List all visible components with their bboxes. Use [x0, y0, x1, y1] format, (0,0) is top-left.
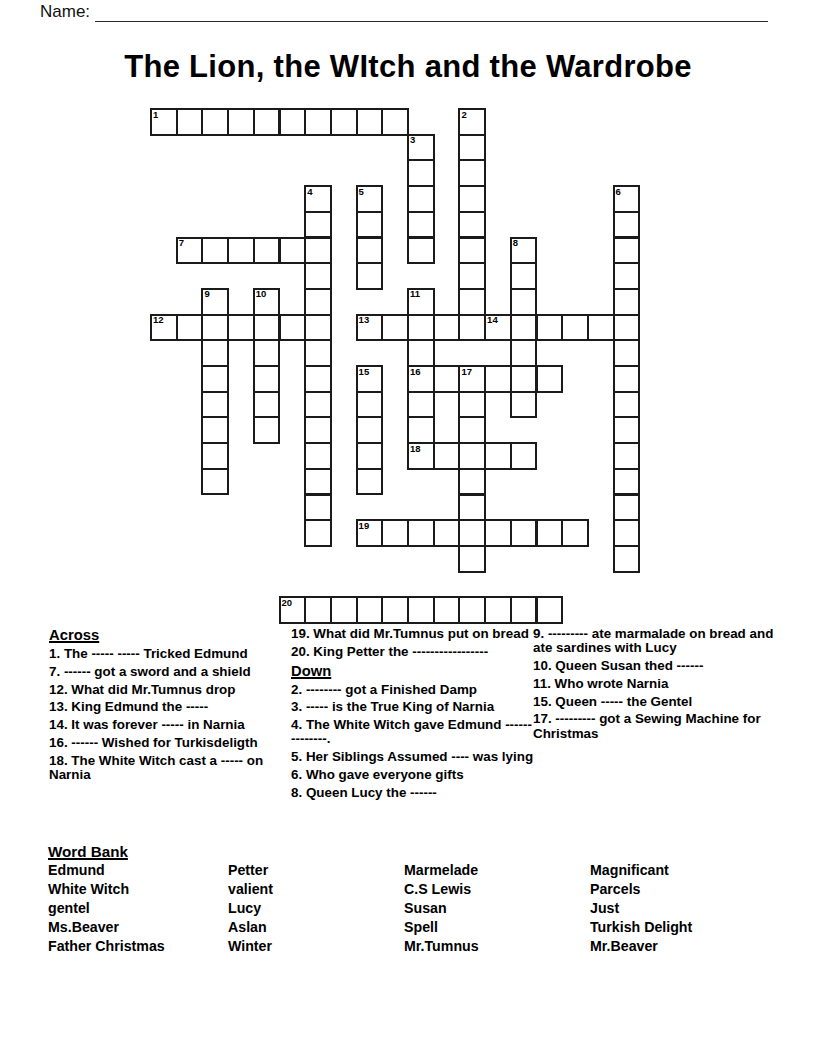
clue-section-heading-across: Across — [49, 627, 287, 643]
crossword-cell-r2c12[interactable] — [459, 160, 485, 186]
crossword-cell-r4c6[interactable] — [305, 212, 331, 238]
crossword-cell-r0c4[interactable] — [254, 109, 280, 135]
crossword-cell-r8c10[interactable] — [408, 315, 434, 341]
crossword-cell-r10c15[interactable] — [537, 366, 563, 392]
cell-number: 3 — [410, 135, 415, 145]
crossword-cell-r8c13[interactable]: 14 — [485, 315, 511, 341]
crossword-cell-r5c5[interactable] — [280, 238, 306, 264]
crossword-cell-r16c10[interactable] — [408, 520, 434, 546]
crossword-cell-r12c10[interactable] — [408, 417, 434, 443]
crossword-cell-r5c6[interactable] — [305, 238, 331, 264]
crossword-cell-r8c2[interactable] — [202, 315, 228, 341]
cell-number: 19 — [359, 521, 370, 531]
word-bank-word: Just — [590, 899, 692, 918]
crossword-cell-r11c6[interactable] — [305, 392, 331, 418]
crossword-cell-r19c11[interactable] — [434, 597, 460, 623]
crossword-cell-r0c1[interactable] — [177, 109, 203, 135]
crossword-cell-r16c14[interactable] — [511, 520, 537, 546]
clue-column-right: 9. --------- ate marmalade on bread and … — [533, 627, 783, 745]
crossword-cell-r12c4[interactable] — [254, 417, 280, 443]
crossword-cell-r9c4[interactable] — [254, 340, 280, 366]
crossword-cell-r6c18[interactable] — [614, 263, 640, 289]
crossword-cell-r14c18[interactable] — [614, 469, 640, 495]
crossword-cell-r0c0[interactable]: 1 — [151, 109, 177, 135]
crossword-cell-r16c15[interactable] — [537, 520, 563, 546]
crossword-cell-r1c10[interactable]: 3 — [408, 135, 434, 161]
crossword-cell-r5c3[interactable] — [228, 238, 254, 264]
name-blank-line[interactable] — [95, 2, 768, 22]
crossword-cell-r5c2[interactable] — [202, 238, 228, 264]
crossword-cell-r10c4[interactable] — [254, 366, 280, 392]
crossword-cell-r7c6[interactable] — [305, 289, 331, 315]
crossword-cell-r12c12[interactable] — [459, 417, 485, 443]
clue-12: 12. What did Mr.Tumnus drop — [49, 683, 287, 697]
word-bank-word: White Witch — [48, 880, 165, 899]
word-bank-column: MarmeladeC.S LewisSusanSpellMr.Tumnus — [404, 861, 479, 956]
crossword-cell-r11c10[interactable] — [408, 392, 434, 418]
crossword-cell-r14c2[interactable] — [202, 469, 228, 495]
crossword-cell-r11c18[interactable] — [614, 392, 640, 418]
clue-1: 1. The ----- ----- Tricked Edmund — [49, 647, 287, 661]
word-bank-word: Spell — [404, 918, 479, 937]
crossword-cell-r16c11[interactable] — [434, 520, 460, 546]
crossword-cell-r13c2[interactable] — [202, 443, 228, 469]
crossword-cell-r16c12[interactable] — [459, 520, 485, 546]
crossword-cell-r11c12[interactable] — [459, 392, 485, 418]
crossword-cell-r9c14[interactable] — [511, 340, 537, 366]
crossword-cell-r0c2[interactable] — [202, 109, 228, 135]
crossword-cell-r13c11[interactable] — [434, 443, 460, 469]
word-bank-word: Magnificant — [590, 861, 692, 880]
crossword-cell-r19c12[interactable] — [459, 597, 485, 623]
word-bank-word: Mr.Tumnus — [404, 937, 479, 956]
crossword-cell-r5c18[interactable] — [614, 238, 640, 264]
cell-number: 4 — [307, 187, 312, 197]
cell-number: 10 — [256, 289, 267, 299]
word-bank-word: gentel — [48, 899, 165, 918]
crossword-cell-r7c14[interactable] — [511, 289, 537, 315]
crossword-cell-r16c18[interactable] — [614, 520, 640, 546]
crossword-cell-r10c11[interactable] — [434, 366, 460, 392]
crossword-cell-r14c6[interactable] — [305, 469, 331, 495]
word-bank-column: EdmundWhite WitchgentelMs.BeaverFather C… — [48, 861, 165, 956]
crossword-cell-r14c12[interactable] — [459, 469, 485, 495]
word-bank-word: Winter — [228, 937, 273, 956]
crossword-cell-r8c14[interactable] — [511, 315, 537, 341]
crossword-cell-r0c6[interactable] — [305, 109, 331, 135]
crossword-cell-r8c18[interactable] — [614, 315, 640, 341]
crossword-cell-r3c18[interactable]: 6 — [614, 186, 640, 212]
crossword-cell-r10c8[interactable]: 15 — [357, 366, 383, 392]
crossword-cell-r11c14[interactable] — [511, 392, 537, 418]
word-bank-column: MagnificantParcelsJustTurkish DelightMr.… — [590, 861, 692, 956]
crossword-cell-r19c6[interactable] — [305, 597, 331, 623]
word-bank-word: Petter — [228, 861, 273, 880]
crossword-cell-r3c10[interactable] — [408, 186, 434, 212]
crossword-cell-r9c10[interactable] — [408, 340, 434, 366]
clue-2: 2. -------- got a Finished Damp — [291, 683, 535, 697]
crossword-cell-r19c10[interactable] — [408, 597, 434, 623]
clue-7: 7. ------ got a sword and a shield — [49, 665, 287, 679]
crossword-cell-r7c10[interactable]: 11 — [408, 289, 434, 315]
crossword-cell-r8c6[interactable] — [305, 315, 331, 341]
crossword-cell-r14c8[interactable] — [357, 469, 383, 495]
crossword-cell-r7c18[interactable] — [614, 289, 640, 315]
clue-9: 9. --------- ate marmalade on bread and … — [533, 627, 783, 656]
clue-10: 10. Queen Susan thed ------ — [533, 659, 783, 673]
word-bank-word: Susan — [404, 899, 479, 918]
crossword-cell-r16c6[interactable] — [305, 520, 331, 546]
crossword-cell-r0c12[interactable]: 2 — [459, 109, 485, 135]
clue-6: 6. Who gave everyone gifts — [291, 768, 535, 782]
cell-number: 14 — [487, 315, 498, 325]
crossword-cell-r13c14[interactable] — [511, 443, 537, 469]
clue-column-middle: 19. What did Mr.Tumnus put on bread20. K… — [291, 627, 535, 804]
clue-5: 5. Her Siblings Assumed ---- was lying — [291, 750, 535, 764]
word-bank-word: Aslan — [228, 918, 273, 937]
crossword-cell-r8c17[interactable] — [588, 315, 614, 341]
word-bank-word: Turkish Delight — [590, 918, 692, 937]
crossword-cell-r8c9[interactable] — [382, 315, 408, 341]
crossword-cell-r4c18[interactable] — [614, 212, 640, 238]
crossword-cell-r7c2[interactable]: 9 — [202, 289, 228, 315]
crossword-cell-r6c6[interactable] — [305, 263, 331, 289]
word-bank-word: Parcels — [590, 880, 692, 899]
word-bank-word: Marmelade — [404, 861, 479, 880]
clue-11: 11. Who wrote Narnia — [533, 677, 783, 691]
cell-number: 6 — [616, 187, 621, 197]
crossword-cell-r12c18[interactable] — [614, 417, 640, 443]
crossword-cell-r8c0[interactable]: 12 — [151, 315, 177, 341]
crossword-cell-r12c6[interactable] — [305, 417, 331, 443]
crossword-cell-r3c12[interactable] — [459, 186, 485, 212]
crossword-cell-r10c14[interactable] — [511, 366, 537, 392]
crossword-cell-r7c4[interactable]: 10 — [254, 289, 280, 315]
crossword-cell-r0c9[interactable] — [382, 109, 408, 135]
crossword-cell-r7c12[interactable] — [459, 289, 485, 315]
clue-18: 18. The White Witch cast a ----- on Narn… — [49, 754, 287, 783]
cell-number: 13 — [359, 315, 370, 325]
crossword-cell-r10c2[interactable] — [202, 366, 228, 392]
crossword-cell-r10c12[interactable]: 17 — [459, 366, 485, 392]
clue-14: 14. It was forever ----- in Narnia — [49, 718, 287, 732]
crossword-cell-r8c15[interactable] — [537, 315, 563, 341]
crossword-cell-r19c13[interactable] — [485, 597, 511, 623]
crossword-cell-r5c14[interactable]: 8 — [511, 238, 537, 264]
crossword-cell-r10c6[interactable] — [305, 366, 331, 392]
crossword-cell-r5c12[interactable] — [459, 238, 485, 264]
crossword-cell-r19c7[interactable] — [331, 597, 357, 623]
word-bank-word: Father Christmas — [48, 937, 165, 956]
crossword-cell-r10c18[interactable] — [614, 366, 640, 392]
crossword-cell-r6c14[interactable] — [511, 263, 537, 289]
cell-number: 17 — [461, 367, 472, 377]
crossword-cell-r16c8[interactable]: 19 — [357, 520, 383, 546]
crossword-cell-r19c9[interactable] — [382, 597, 408, 623]
crossword-cell-r2c10[interactable] — [408, 160, 434, 186]
crossword-cell-r8c11[interactable] — [434, 315, 460, 341]
clue-20: 20. King Petter the ----------------- — [291, 645, 535, 659]
crossword-cell-r13c13[interactable] — [485, 443, 511, 469]
crossword-cell-r13c12[interactable] — [459, 443, 485, 469]
clue-17: 17. --------- got a Sewing Machine for C… — [533, 712, 783, 741]
crossword-cell-r6c12[interactable] — [459, 263, 485, 289]
cell-number: 16 — [410, 367, 421, 377]
crossword-cell-r3c6[interactable]: 4 — [305, 186, 331, 212]
word-bank-heading: Word Bank — [48, 843, 128, 860]
crossword-cell-r1c12[interactable] — [459, 135, 485, 161]
crossword-cell-r16c13[interactable] — [485, 520, 511, 546]
cell-number: 7 — [179, 238, 184, 248]
crossword-cell-r8c3[interactable] — [228, 315, 254, 341]
crossword-cell-r8c12[interactable] — [459, 315, 485, 341]
crossword-cell-r5c4[interactable] — [254, 238, 280, 264]
cell-number: 15 — [359, 367, 370, 377]
clue-section-heading-down: Down — [291, 663, 535, 679]
crossword-cell-r11c2[interactable] — [202, 392, 228, 418]
crossword-cell-r0c7[interactable] — [331, 109, 357, 135]
crossword-cell-r13c10[interactable]: 18 — [408, 443, 434, 469]
cell-number: 20 — [282, 598, 293, 608]
crossword-cell-r5c10[interactable] — [408, 238, 434, 264]
cell-number: 1 — [153, 110, 158, 120]
crossword-cell-r17c12[interactable] — [459, 546, 485, 572]
crossword-cell-r17c18[interactable] — [614, 546, 640, 572]
crossword-cell-r13c18[interactable] — [614, 443, 640, 469]
page-title: The Lion, the WItch and the Wardrobe — [0, 49, 816, 85]
word-bank-word: C.S Lewis — [404, 880, 479, 899]
crossword-cell-r8c1[interactable] — [177, 315, 203, 341]
word-bank-word: Ms.Beaver — [48, 918, 165, 937]
crossword-cell-r4c10[interactable] — [408, 212, 434, 238]
crossword-cell-r4c12[interactable] — [459, 212, 485, 238]
crossword-cell-r10c10[interactable]: 16 — [408, 366, 434, 392]
crossword-cell-r19c5[interactable]: 20 — [280, 597, 306, 623]
crossword-cell-r15c6[interactable] — [305, 495, 331, 521]
cell-number: 11 — [410, 289, 420, 299]
crossword-cell-r9c2[interactable] — [202, 340, 228, 366]
crossword-cell-r8c8[interactable]: 13 — [357, 315, 383, 341]
word-bank-column: PettervalientLucyAslanWinter — [228, 861, 273, 956]
crossword-cell-r16c9[interactable] — [382, 520, 408, 546]
crossword-cell-r3c8[interactable]: 5 — [357, 186, 383, 212]
crossword-cell-r8c5[interactable] — [280, 315, 306, 341]
word-bank-word: Mr.Beaver — [590, 937, 692, 956]
name-label: Name: — [40, 2, 90, 22]
crossword-cell-r12c8[interactable] — [357, 417, 383, 443]
cell-number: 8 — [513, 238, 518, 248]
crossword-cell-r11c8[interactable] — [357, 392, 383, 418]
crossword-grid: 1234567891011121314151617181920 — [151, 109, 640, 623]
crossword-cell-r4c8[interactable] — [357, 212, 383, 238]
crossword-cell-r9c18[interactable] — [614, 340, 640, 366]
crossword-cell-r12c2[interactable] — [202, 417, 228, 443]
crossword-cell-r6c8[interactable] — [357, 263, 383, 289]
word-bank-word: Lucy — [228, 899, 273, 918]
crossword-cell-r8c4[interactable] — [254, 315, 280, 341]
clue-8: 8. Queen Lucy the ------ — [291, 786, 535, 800]
crossword-cell-r8c16[interactable] — [562, 315, 588, 341]
crossword-cell-r10c13[interactable] — [485, 366, 511, 392]
crossword-cell-r5c1[interactable]: 7 — [177, 238, 203, 264]
clue-19: 19. What did Mr.Tumnus put on bread — [291, 627, 535, 641]
crossword-cell-r19c8[interactable] — [357, 597, 383, 623]
crossword-cell-r13c8[interactable] — [357, 443, 383, 469]
cell-number: 12 — [153, 315, 164, 325]
clue-4: 4. The White Witch gave Edmund ---------… — [291, 718, 535, 747]
cell-number: 5 — [359, 187, 364, 197]
word-bank-word: Edmund — [48, 861, 165, 880]
crossword-cell-r16c16[interactable] — [562, 520, 588, 546]
clue-13: 13. King Edmund the ----- — [49, 700, 287, 714]
cell-number: 18 — [410, 444, 421, 454]
clue-3: 3. ----- is the True King of Narnia — [291, 700, 535, 714]
crossword-cell-r19c14[interactable] — [511, 597, 537, 623]
crossword-cell-r0c5[interactable] — [280, 109, 306, 135]
crossword-cell-r15c12[interactable] — [459, 495, 485, 521]
crossword-cell-r5c8[interactable] — [357, 238, 383, 264]
crossword-cell-r0c8[interactable] — [357, 109, 383, 135]
crossword-cell-r0c3[interactable] — [228, 109, 254, 135]
word-bank-word: valient — [228, 880, 273, 899]
crossword-cell-r11c4[interactable] — [254, 392, 280, 418]
crossword-cell-r19c15[interactable] — [537, 597, 563, 623]
clue-15: 15. Queen ----- the Gentel — [533, 695, 783, 709]
cell-number: 2 — [461, 110, 466, 120]
cell-number: 9 — [204, 289, 209, 299]
clue-column-left: Across1. The ----- ----- Tricked Edmund7… — [49, 627, 287, 786]
clue-16: 16. ------ Wished for Turkisdeligth — [49, 736, 287, 750]
crossword-cell-r9c6[interactable] — [305, 340, 331, 366]
crossword-cell-r15c18[interactable] — [614, 495, 640, 521]
crossword-cell-r13c6[interactable] — [305, 443, 331, 469]
